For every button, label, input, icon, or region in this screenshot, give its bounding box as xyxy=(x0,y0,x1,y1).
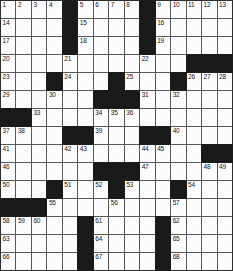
cell[interactable] xyxy=(156,181,170,198)
cell[interactable]: 20 xyxy=(1,55,15,72)
black-cell xyxy=(156,235,170,252)
cell[interactable] xyxy=(32,19,46,36)
cell[interactable]: 38 xyxy=(16,127,30,144)
cell[interactable] xyxy=(202,199,216,216)
black-cell xyxy=(171,181,185,198)
cell[interactable]: 28 xyxy=(218,73,232,90)
black-cell xyxy=(63,19,77,36)
cell[interactable] xyxy=(218,91,232,108)
clue-number: 61 xyxy=(95,218,102,225)
cell[interactable] xyxy=(140,109,154,126)
cell[interactable]: 27 xyxy=(202,73,216,90)
cell[interactable] xyxy=(63,217,77,234)
cell[interactable] xyxy=(125,235,139,252)
cell[interactable]: 22 xyxy=(140,55,154,72)
cell[interactable] xyxy=(32,91,46,108)
black-cell xyxy=(78,127,92,144)
clue-number: 16 xyxy=(157,20,164,27)
cell[interactable]: 39 xyxy=(94,127,108,144)
cell[interactable]: 48 xyxy=(202,163,216,180)
cell[interactable] xyxy=(187,19,201,36)
clue-number: 35 xyxy=(111,110,118,117)
clue-number: 23 xyxy=(3,74,10,81)
cell[interactable]: 59 xyxy=(16,217,30,234)
cell[interactable] xyxy=(94,19,108,36)
cell[interactable]: 31 xyxy=(140,91,154,108)
cell[interactable]: 29 xyxy=(1,91,15,108)
cell[interactable] xyxy=(140,181,154,198)
black-cell xyxy=(1,109,15,126)
cell[interactable] xyxy=(187,145,201,162)
cell[interactable]: 62 xyxy=(171,217,185,234)
cell[interactable]: 55 xyxy=(47,199,61,216)
cell[interactable] xyxy=(63,235,77,252)
cell[interactable] xyxy=(187,91,201,108)
cell[interactable]: 46 xyxy=(1,163,15,180)
cell[interactable] xyxy=(94,37,108,54)
cell[interactable] xyxy=(218,19,232,36)
cell[interactable] xyxy=(32,37,46,54)
cell[interactable]: 44 xyxy=(140,145,154,162)
cell[interactable]: 25 xyxy=(125,73,139,90)
cell[interactable]: 17 xyxy=(1,37,15,54)
cell[interactable] xyxy=(156,73,170,90)
cell[interactable]: 18 xyxy=(78,37,92,54)
cell[interactable]: 4 xyxy=(47,1,61,18)
black-cell xyxy=(78,235,92,252)
clue-number: 42 xyxy=(64,146,71,153)
clue-number: 6 xyxy=(95,2,98,9)
cell[interactable]: 34 xyxy=(94,109,108,126)
cell[interactable] xyxy=(125,127,139,144)
black-cell xyxy=(94,163,108,180)
cell[interactable] xyxy=(78,199,92,216)
black-cell xyxy=(63,127,77,144)
clue-number: 52 xyxy=(95,182,102,189)
black-cell xyxy=(202,55,216,72)
clue-number: 53 xyxy=(126,182,133,189)
black-cell xyxy=(109,91,123,108)
black-cell xyxy=(218,145,232,162)
clue-number: 62 xyxy=(173,218,180,225)
clue-number: 19 xyxy=(157,38,164,45)
cell[interactable] xyxy=(32,163,46,180)
cell[interactable] xyxy=(202,109,216,126)
cell[interactable] xyxy=(16,253,30,270)
cell[interactable] xyxy=(187,253,201,270)
crossword-grid: 1234567891011121314151617181920212223242… xyxy=(0,0,233,271)
cell[interactable]: 11 xyxy=(187,1,201,18)
cell[interactable]: 53 xyxy=(125,181,139,198)
cell[interactable] xyxy=(16,235,30,252)
clue-number: 22 xyxy=(142,56,149,63)
cell[interactable]: 63 xyxy=(1,235,15,252)
clue-number: 8 xyxy=(126,2,129,9)
clue-number: 34 xyxy=(95,110,102,117)
clue-number: 59 xyxy=(18,218,25,225)
cell[interactable] xyxy=(47,109,61,126)
clue-number: 63 xyxy=(3,236,10,243)
cell[interactable]: 40 xyxy=(171,127,185,144)
black-cell xyxy=(140,127,154,144)
cell[interactable] xyxy=(32,181,46,198)
clue-number: 58 xyxy=(3,218,10,225)
cell[interactable]: 41 xyxy=(1,145,15,162)
cell[interactable]: 33 xyxy=(32,109,46,126)
cell[interactable] xyxy=(63,163,77,180)
cell[interactable] xyxy=(218,127,232,144)
cell[interactable]: 68 xyxy=(171,253,185,270)
cell[interactable] xyxy=(218,217,232,234)
cell[interactable]: 10 xyxy=(171,1,185,18)
cell[interactable] xyxy=(187,199,201,216)
cell[interactable] xyxy=(16,37,30,54)
black-cell xyxy=(47,73,61,90)
cell[interactable] xyxy=(156,55,170,72)
clue-number: 9 xyxy=(157,2,160,9)
cell[interactable] xyxy=(125,145,139,162)
cell[interactable]: 37 xyxy=(1,127,15,144)
clue-number: 48 xyxy=(204,164,211,171)
cell[interactable] xyxy=(63,253,77,270)
cell[interactable]: 45 xyxy=(156,145,170,162)
clue-number: 28 xyxy=(219,74,226,81)
cell[interactable] xyxy=(94,145,108,162)
cell[interactable] xyxy=(32,253,46,270)
black-cell xyxy=(16,109,30,126)
clue-number: 45 xyxy=(157,146,164,153)
black-cell xyxy=(156,217,170,234)
cell[interactable]: 50 xyxy=(1,181,15,198)
cell[interactable] xyxy=(187,37,201,54)
cell[interactable]: 15 xyxy=(78,19,92,36)
cell[interactable] xyxy=(125,199,139,216)
clue-number: 15 xyxy=(80,20,87,27)
cell[interactable] xyxy=(156,163,170,180)
black-cell xyxy=(187,55,201,72)
clue-number: 18 xyxy=(80,38,87,45)
black-cell xyxy=(202,145,216,162)
clue-number: 64 xyxy=(95,236,102,243)
clue-number: 56 xyxy=(111,200,118,207)
clue-number: 40 xyxy=(173,128,180,135)
cell[interactable]: 57 xyxy=(171,199,185,216)
clue-number: 50 xyxy=(3,182,10,189)
clue-number: 4 xyxy=(49,2,52,9)
black-cell xyxy=(63,37,77,54)
cell[interactable]: 42 xyxy=(63,145,77,162)
cell[interactable]: 9 xyxy=(156,1,170,18)
black-cell xyxy=(63,1,77,18)
black-cell xyxy=(32,199,46,216)
cell[interactable]: 19 xyxy=(156,37,170,54)
cell[interactable]: 16 xyxy=(156,19,170,36)
cell[interactable]: 43 xyxy=(78,145,92,162)
cell[interactable]: 36 xyxy=(125,109,139,126)
cell[interactable] xyxy=(47,253,61,270)
black-cell xyxy=(47,181,61,198)
cell[interactable] xyxy=(140,73,154,90)
cell[interactable] xyxy=(16,55,30,72)
cell[interactable] xyxy=(171,109,185,126)
clue-number: 54 xyxy=(188,182,195,189)
cell[interactable]: 14 xyxy=(1,19,15,36)
clue-number: 21 xyxy=(64,56,71,63)
cell[interactable]: 65 xyxy=(171,235,185,252)
cell[interactable] xyxy=(63,199,77,216)
clue-number: 39 xyxy=(95,128,102,135)
clue-number: 29 xyxy=(3,92,10,99)
clue-number: 26 xyxy=(188,74,195,81)
cell[interactable] xyxy=(140,235,154,252)
cell[interactable]: 51 xyxy=(63,181,77,198)
cell[interactable]: 13 xyxy=(218,1,232,18)
cell[interactable] xyxy=(202,253,216,270)
cell[interactable] xyxy=(187,109,201,126)
cell[interactable]: 21 xyxy=(63,55,77,72)
cell[interactable]: 30 xyxy=(47,91,61,108)
cell[interactable]: 23 xyxy=(1,73,15,90)
cell[interactable] xyxy=(109,145,123,162)
cell[interactable] xyxy=(109,55,123,72)
cell[interactable] xyxy=(218,199,232,216)
cell[interactable] xyxy=(94,55,108,72)
black-cell xyxy=(109,163,123,180)
cell[interactable] xyxy=(156,199,170,216)
clue-number: 47 xyxy=(142,164,149,171)
cell[interactable] xyxy=(187,217,201,234)
clue-number: 32 xyxy=(173,92,180,99)
cell[interactable] xyxy=(218,253,232,270)
clue-number: 2 xyxy=(18,2,21,9)
cell[interactable]: 49 xyxy=(218,163,232,180)
cell[interactable] xyxy=(63,109,77,126)
clue-number: 44 xyxy=(142,146,149,153)
cell[interactable] xyxy=(202,217,216,234)
cell[interactable] xyxy=(187,127,201,144)
black-cell xyxy=(125,163,139,180)
cell[interactable]: 12 xyxy=(202,1,216,18)
cell[interactable] xyxy=(32,127,46,144)
cell[interactable] xyxy=(125,253,139,270)
cell[interactable] xyxy=(78,73,92,90)
cell[interactable] xyxy=(78,181,92,198)
cell[interactable]: 6 xyxy=(94,1,108,18)
clue-number: 43 xyxy=(80,146,87,153)
clue-number: 24 xyxy=(64,74,71,81)
cell[interactable] xyxy=(94,73,108,90)
cell[interactable] xyxy=(47,55,61,72)
clue-number: 49 xyxy=(219,164,226,171)
cell[interactable] xyxy=(16,163,30,180)
cell[interactable] xyxy=(109,217,123,234)
cell[interactable] xyxy=(156,109,170,126)
black-cell xyxy=(171,73,185,90)
clue-number: 13 xyxy=(219,2,226,9)
clue-number: 51 xyxy=(64,182,71,189)
clue-number: 11 xyxy=(188,2,194,9)
cell[interactable]: 61 xyxy=(94,217,108,234)
cell[interactable]: 56 xyxy=(109,199,123,216)
black-cell xyxy=(78,253,92,270)
cell[interactable] xyxy=(16,73,30,90)
clue-number: 25 xyxy=(126,74,133,81)
cell[interactable] xyxy=(109,253,123,270)
cell[interactable]: 26 xyxy=(187,73,201,90)
cell[interactable] xyxy=(187,235,201,252)
cell[interactable] xyxy=(140,199,154,216)
cell[interactable]: 66 xyxy=(1,253,15,270)
cell[interactable] xyxy=(109,37,123,54)
clue-number: 27 xyxy=(204,74,211,81)
clue-number: 46 xyxy=(3,164,10,171)
cell[interactable]: 24 xyxy=(63,73,77,90)
clue-number: 55 xyxy=(49,200,56,207)
cell[interactable] xyxy=(47,235,61,252)
black-cell xyxy=(125,91,139,108)
cell[interactable] xyxy=(32,55,46,72)
cell[interactable] xyxy=(140,253,154,270)
cell[interactable] xyxy=(125,55,139,72)
cell[interactable] xyxy=(16,181,30,198)
cell[interactable] xyxy=(47,163,61,180)
cell[interactable]: 32 xyxy=(171,91,185,108)
clue-number: 65 xyxy=(173,236,180,243)
black-cell xyxy=(78,217,92,234)
cell[interactable] xyxy=(125,19,139,36)
cell[interactable]: 64 xyxy=(94,235,108,252)
clue-number: 57 xyxy=(173,200,180,207)
cell[interactable] xyxy=(109,235,123,252)
black-cell xyxy=(156,127,170,144)
black-cell xyxy=(94,91,108,108)
cell[interactable] xyxy=(78,109,92,126)
cell[interactable]: 67 xyxy=(94,253,108,270)
cell[interactable] xyxy=(218,181,232,198)
clue-number: 12 xyxy=(204,2,211,9)
cell[interactable] xyxy=(94,199,108,216)
black-cell xyxy=(140,37,154,54)
cell[interactable] xyxy=(78,91,92,108)
cell[interactable] xyxy=(156,91,170,108)
cell[interactable] xyxy=(32,73,46,90)
cell[interactable] xyxy=(47,19,61,36)
cell[interactable]: 47 xyxy=(140,163,154,180)
cell[interactable]: 35 xyxy=(109,109,123,126)
black-cell xyxy=(109,181,123,198)
clue-number: 37 xyxy=(3,128,10,135)
cell[interactable]: 5 xyxy=(78,1,92,18)
cell[interactable] xyxy=(218,235,232,252)
clue-number: 30 xyxy=(49,92,56,99)
clue-number: 60 xyxy=(33,218,40,225)
cell[interactable] xyxy=(47,37,61,54)
clue-number: 10 xyxy=(173,2,180,9)
cell[interactable] xyxy=(171,37,185,54)
cell[interactable] xyxy=(125,37,139,54)
black-cell xyxy=(1,199,15,216)
cell[interactable] xyxy=(171,163,185,180)
clue-number: 5 xyxy=(80,2,83,9)
clue-number: 14 xyxy=(3,20,10,27)
cell[interactable] xyxy=(16,91,30,108)
black-cell xyxy=(218,55,232,72)
clue-number: 33 xyxy=(33,110,40,117)
cell[interactable] xyxy=(202,37,216,54)
clue-number: 17 xyxy=(3,38,10,45)
black-cell xyxy=(156,253,170,270)
black-cell xyxy=(140,1,154,18)
cell[interactable] xyxy=(218,37,232,54)
cell[interactable] xyxy=(202,127,216,144)
black-cell xyxy=(16,199,30,216)
cell[interactable] xyxy=(140,217,154,234)
cell[interactable] xyxy=(63,91,77,108)
cell[interactable] xyxy=(78,55,92,72)
cell[interactable] xyxy=(16,19,30,36)
black-cell xyxy=(109,73,123,90)
cell[interactable]: 52 xyxy=(94,181,108,198)
cell[interactable] xyxy=(16,145,30,162)
cell[interactable] xyxy=(218,109,232,126)
cell[interactable] xyxy=(78,163,92,180)
cell[interactable] xyxy=(32,235,46,252)
cell[interactable] xyxy=(187,163,201,180)
cell[interactable] xyxy=(47,127,61,144)
cell[interactable] xyxy=(202,181,216,198)
cell[interactable]: 8 xyxy=(125,1,139,18)
cell[interactable] xyxy=(202,91,216,108)
clue-number: 7 xyxy=(111,2,114,9)
cell[interactable] xyxy=(109,19,123,36)
cell[interactable] xyxy=(32,145,46,162)
clue-number: 36 xyxy=(126,110,133,117)
cell[interactable]: 1 xyxy=(1,1,15,18)
clue-number: 67 xyxy=(95,254,102,261)
cell[interactable]: 7 xyxy=(109,1,123,18)
clue-number: 31 xyxy=(142,92,149,99)
cell[interactable] xyxy=(171,55,185,72)
cell[interactable]: 58 xyxy=(1,217,15,234)
cell[interactable]: 2 xyxy=(16,1,30,18)
cell[interactable] xyxy=(125,217,139,234)
clue-number: 41 xyxy=(3,146,10,153)
cell[interactable] xyxy=(202,19,216,36)
cell[interactable]: 54 xyxy=(187,181,201,198)
cell[interactable]: 3 xyxy=(32,1,46,18)
cell[interactable] xyxy=(171,19,185,36)
cell[interactable]: 60 xyxy=(32,217,46,234)
cell[interactable] xyxy=(171,145,185,162)
clue-number: 3 xyxy=(33,2,36,9)
cell[interactable] xyxy=(47,145,61,162)
cell[interactable] xyxy=(47,217,61,234)
clue-number: 1 xyxy=(3,2,6,9)
clue-number: 38 xyxy=(18,128,25,135)
cell[interactable] xyxy=(202,235,216,252)
black-cell xyxy=(140,19,154,36)
clue-number: 66 xyxy=(3,254,10,261)
clue-number: 20 xyxy=(3,56,10,63)
clue-number: 68 xyxy=(173,254,180,261)
cell[interactable] xyxy=(109,127,123,144)
